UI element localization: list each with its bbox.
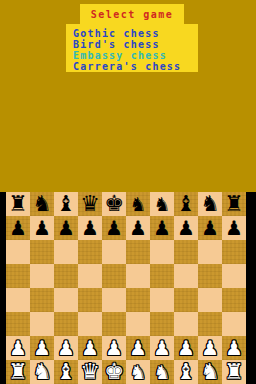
square-f1[interactable]: ♞	[126, 360, 150, 384]
square-a2[interactable]: ♟	[6, 336, 30, 360]
white-bishop[interactable]: ♝	[176, 360, 196, 384]
square-c5[interactable]	[54, 264, 78, 288]
square-h4[interactable]	[174, 288, 198, 312]
square-h5[interactable]	[174, 264, 198, 288]
white-pawn[interactable]: ♟	[57, 336, 75, 360]
square-f8[interactable]: ♞	[126, 192, 150, 216]
square-i4[interactable]	[198, 288, 222, 312]
black-pawn[interactable]: ♟	[33, 216, 51, 240]
square-j4[interactable]	[222, 288, 246, 312]
black-king[interactable]: ♚	[104, 192, 124, 216]
square-f7[interactable]: ♟	[126, 216, 150, 240]
square-f3[interactable]	[126, 312, 150, 336]
square-a8[interactable]: ♜	[6, 192, 30, 216]
square-e5[interactable]	[102, 264, 126, 288]
menu-item-birds-chess[interactable]: Bird's chess	[73, 39, 198, 50]
square-j6[interactable]	[222, 240, 246, 264]
black-knight[interactable]: ♞	[32, 192, 52, 216]
square-a1[interactable]: ♜	[6, 360, 30, 384]
black-pawn[interactable]: ♟	[129, 216, 147, 240]
square-g8[interactable]: ♞	[150, 192, 174, 216]
square-e6[interactable]	[102, 240, 126, 264]
square-g7[interactable]: ♟	[150, 216, 174, 240]
square-i7[interactable]: ♟	[198, 216, 222, 240]
square-e3[interactable]	[102, 312, 126, 336]
square-c1[interactable]: ♝	[54, 360, 78, 384]
square-g1[interactable]: ♞	[150, 360, 174, 384]
select-game-title-box: Select game	[80, 4, 184, 24]
square-f5[interactable]	[126, 264, 150, 288]
ds-screens: Select game Gothic chess Bird's chess Em…	[0, 0, 256, 384]
square-a5[interactable]	[6, 264, 30, 288]
black-pawn[interactable]: ♟	[225, 216, 243, 240]
square-e8[interactable]: ♚	[102, 192, 126, 216]
square-e7[interactable]: ♟	[102, 216, 126, 240]
square-j7[interactable]: ♟	[222, 216, 246, 240]
square-a4[interactable]	[6, 288, 30, 312]
white-pawn[interactable]: ♟	[33, 336, 51, 360]
black-pawn[interactable]: ♟	[177, 216, 195, 240]
square-c2[interactable]: ♟	[54, 336, 78, 360]
white-pawn[interactable]: ♟	[129, 336, 147, 360]
square-g3[interactable]	[150, 312, 174, 336]
square-i6[interactable]	[198, 240, 222, 264]
square-j8[interactable]: ♜	[222, 192, 246, 216]
menu-item-carreras-chess[interactable]: Carrera's chess	[73, 61, 198, 72]
black-pawn[interactable]: ♟	[81, 216, 99, 240]
black-pawn[interactable]: ♟	[201, 216, 219, 240]
square-j3[interactable]	[222, 312, 246, 336]
black-pawn[interactable]: ♟	[9, 216, 27, 240]
square-c3[interactable]	[54, 312, 78, 336]
white-knight[interactable]: ♞	[32, 360, 52, 384]
board-screen: ♜♞♝♛♚♞♞♝♞♜♟♟♟♟♟♟♟♟♟♟♟♟♟♟♟♟♟♟♟♟♜♞♝♛♚♞♞♝♞♜	[0, 192, 256, 384]
black-chancellor[interactable]: ♞	[129, 192, 146, 216]
white-knight[interactable]: ♞	[200, 360, 220, 384]
square-d2[interactable]: ♟	[78, 336, 102, 360]
square-i2[interactable]: ♟	[198, 336, 222, 360]
square-b6[interactable]	[30, 240, 54, 264]
square-f2[interactable]: ♟	[126, 336, 150, 360]
square-e4[interactable]	[102, 288, 126, 312]
square-d8[interactable]: ♛	[78, 192, 102, 216]
square-i3[interactable]	[198, 312, 222, 336]
square-b4[interactable]	[30, 288, 54, 312]
square-b5[interactable]	[30, 264, 54, 288]
white-pawn[interactable]: ♟	[9, 336, 27, 360]
square-a6[interactable]	[6, 240, 30, 264]
square-h3[interactable]	[174, 312, 198, 336]
square-h7[interactable]: ♟	[174, 216, 198, 240]
square-h1[interactable]: ♝	[174, 360, 198, 384]
white-pawn[interactable]: ♟	[153, 336, 171, 360]
square-j2[interactable]: ♟	[222, 336, 246, 360]
black-rook[interactable]: ♜	[8, 192, 28, 216]
square-e2[interactable]: ♟	[102, 336, 126, 360]
white-pawn[interactable]: ♟	[81, 336, 99, 360]
white-pawn[interactable]: ♟	[225, 336, 243, 360]
white-rook[interactable]: ♜	[8, 360, 28, 384]
square-d4[interactable]	[78, 288, 102, 312]
square-b8[interactable]: ♞	[30, 192, 54, 216]
square-h2[interactable]: ♟	[174, 336, 198, 360]
white-pawn[interactable]: ♟	[105, 336, 123, 360]
square-i1[interactable]: ♞	[198, 360, 222, 384]
square-d1[interactable]: ♛	[78, 360, 102, 384]
square-d5[interactable]	[78, 264, 102, 288]
black-pawn[interactable]: ♟	[105, 216, 123, 240]
white-pawn[interactable]: ♟	[201, 336, 219, 360]
black-bishop[interactable]: ♝	[176, 192, 196, 216]
square-i5[interactable]	[198, 264, 222, 288]
white-archbishop[interactable]: ♞	[153, 360, 170, 384]
square-h6[interactable]	[174, 240, 198, 264]
game-menu: Gothic chess Bird's chess Embassy chess …	[66, 24, 198, 72]
square-c4[interactable]	[54, 288, 78, 312]
white-king[interactable]: ♚	[104, 360, 124, 384]
square-a7[interactable]: ♟	[6, 216, 30, 240]
square-g6[interactable]	[150, 240, 174, 264]
square-c6[interactable]	[54, 240, 78, 264]
square-d7[interactable]: ♟	[78, 216, 102, 240]
square-b7[interactable]: ♟	[30, 216, 54, 240]
white-chancellor[interactable]: ♞	[129, 360, 146, 384]
square-j1[interactable]: ♜	[222, 360, 246, 384]
square-f6[interactable]	[126, 240, 150, 264]
square-g2[interactable]: ♟	[150, 336, 174, 360]
square-e1[interactable]: ♚	[102, 360, 126, 384]
select-game-title: Select game	[91, 9, 174, 20]
black-pawn[interactable]: ♟	[153, 216, 171, 240]
white-pawn[interactable]: ♟	[177, 336, 195, 360]
square-g4[interactable]	[150, 288, 174, 312]
white-bishop[interactable]: ♝	[56, 360, 76, 384]
black-archbishop[interactable]: ♞	[153, 192, 170, 216]
black-rook[interactable]: ♜	[224, 192, 244, 216]
square-b2[interactable]: ♟	[30, 336, 54, 360]
square-c8[interactable]: ♝	[54, 192, 78, 216]
square-d6[interactable]	[78, 240, 102, 264]
square-g5[interactable]	[150, 264, 174, 288]
black-bishop[interactable]: ♝	[56, 192, 76, 216]
game-select-screen: Select game Gothic chess Bird's chess Em…	[0, 0, 256, 192]
square-j5[interactable]	[222, 264, 246, 288]
menu-item-embassy-chess[interactable]: Embassy chess	[73, 50, 198, 61]
square-f4[interactable]	[126, 288, 150, 312]
square-h8[interactable]: ♝	[174, 192, 198, 216]
chess-board: ♜♞♝♛♚♞♞♝♞♜♟♟♟♟♟♟♟♟♟♟♟♟♟♟♟♟♟♟♟♟♜♞♝♛♚♞♞♝♞♜	[6, 192, 246, 384]
black-knight[interactable]: ♞	[200, 192, 220, 216]
black-queen[interactable]: ♛	[80, 192, 100, 216]
square-b1[interactable]: ♞	[30, 360, 54, 384]
white-queen[interactable]: ♛	[80, 360, 100, 384]
square-c7[interactable]: ♟	[54, 216, 78, 240]
square-a3[interactable]	[6, 312, 30, 336]
menu-item-gothic-chess[interactable]: Gothic chess	[73, 28, 198, 39]
square-b3[interactable]	[30, 312, 54, 336]
black-pawn[interactable]: ♟	[57, 216, 75, 240]
square-d3[interactable]	[78, 312, 102, 336]
square-i8[interactable]: ♞	[198, 192, 222, 216]
white-rook[interactable]: ♜	[224, 360, 244, 384]
